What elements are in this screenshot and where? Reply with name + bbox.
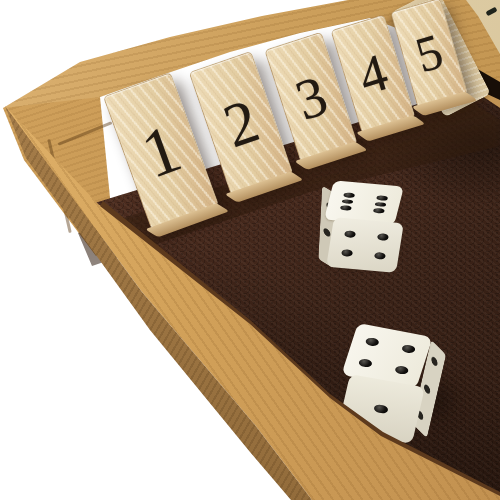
- tile-4-numeral: 4: [353, 45, 394, 103]
- die-1[interactable]: [314, 178, 416, 272]
- tile-1-numeral: 1: [133, 113, 188, 189]
- tile-3-numeral: 3: [289, 65, 334, 128]
- tile-5-numeral: 5: [410, 26, 448, 81]
- tile-2-numeral: 2: [216, 89, 265, 158]
- die-1-front-face: [326, 217, 404, 273]
- shut-the-box-board: 1 2 3 4 5: [0, 0, 500, 500]
